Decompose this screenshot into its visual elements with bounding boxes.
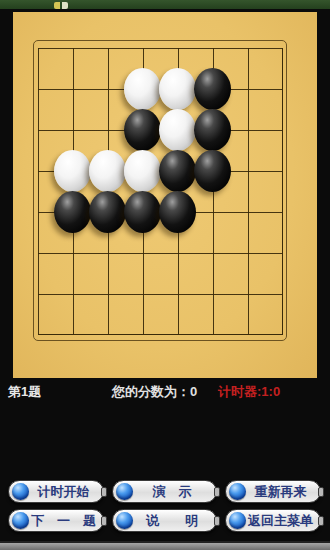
score-label: 您的分数为：0 [112,383,197,401]
main-menu-label: 返回主菜单 [246,510,315,531]
white-stone: ○ [159,109,196,151]
button-grid: 计时开始 演 示 重新再来 下 一 题 说 明 返回主菜单 [8,480,321,532]
stones-layer: ○○●●○●○○○●●●●●● [20,27,300,355]
white-stone: ○ [54,150,91,192]
blue-orb-icon [12,512,29,529]
black-stone: ● [159,191,196,233]
timer-label: 计时器:1:0 [218,383,280,401]
white-stone: ○ [89,150,126,192]
instructions-label: 说 明 [133,510,211,531]
black-stone: ● [194,150,231,192]
next-problem-label: 下 一 题 [29,510,98,531]
problem-number-label: 第1题 [8,383,41,401]
status-bar [0,0,330,11]
white-stone: ○ [124,68,161,110]
restart-button[interactable]: 重新再来 [225,480,321,503]
white-stone: ○ [159,68,196,110]
system-bottom-bar [0,541,330,550]
start-timer-label: 计时开始 [29,481,98,502]
black-stone: ● [124,191,161,233]
restart-label: 重新再来 [246,481,315,502]
black-stone: ● [194,109,231,151]
demo-label: 演 示 [133,481,211,502]
blue-orb-icon [116,512,133,529]
white-stone: ○ [124,150,161,192]
go-board[interactable]: ○○●●○●○○○●●●●●● [13,12,317,378]
start-timer-button[interactable]: 计时开始 [8,480,104,503]
blue-orb-icon [229,483,246,500]
next-problem-button[interactable]: 下 一 题 [8,509,104,532]
black-stone: ● [194,68,231,110]
notification-icon [54,2,68,9]
app-screen: ○○●●○●○○○●●●●●● 第1题 您的分数为：0 计时器:1:0 计时开始… [0,0,330,550]
demo-button[interactable]: 演 示 [112,480,217,503]
black-stone: ● [159,150,196,192]
black-stone: ● [124,109,161,151]
black-stone: ● [89,191,126,233]
black-stone: ● [54,191,91,233]
blue-orb-icon [116,483,133,500]
blue-orb-icon [229,512,246,529]
info-bar: 第1题 您的分数为：0 计时器:1:0 [0,383,330,401]
main-menu-button[interactable]: 返回主菜单 [225,509,321,532]
blue-orb-icon [12,483,29,500]
instructions-button[interactable]: 说 明 [112,509,217,532]
